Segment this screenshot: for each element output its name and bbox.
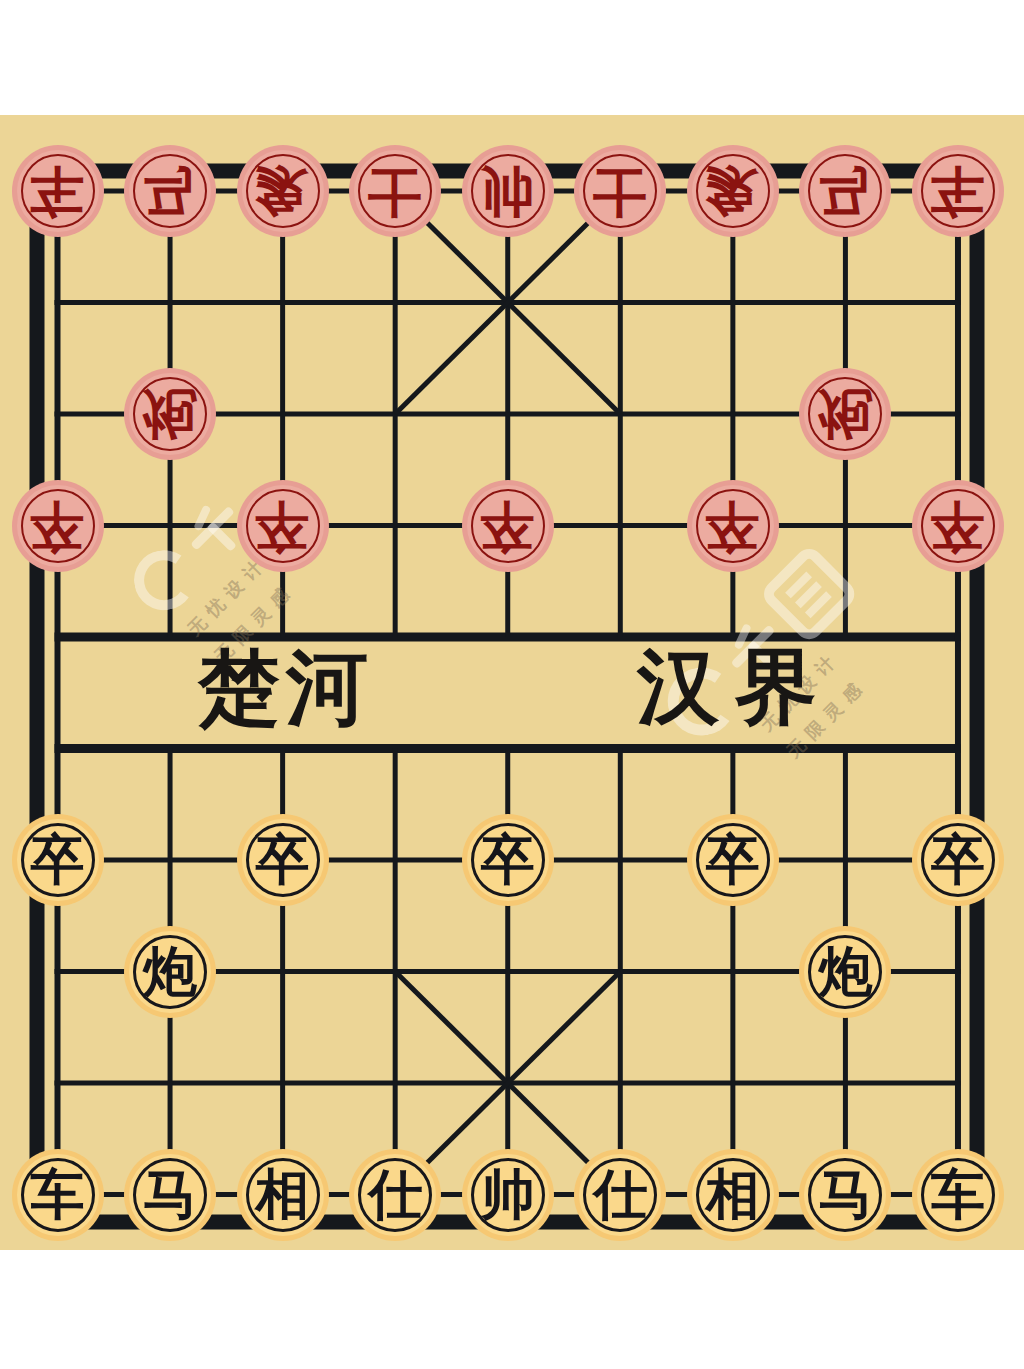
- piece-character: 车: [12, 1149, 104, 1241]
- piece-character: 车: [912, 1149, 1004, 1241]
- piece-character: 车: [912, 145, 1004, 237]
- piece-bottom-rook-f9r10[interactable]: 车: [912, 1149, 1004, 1241]
- piece-top-rook-f9r1[interactable]: 车: [912, 145, 1004, 237]
- piece-character: 马: [799, 145, 891, 237]
- piece-character: 卒: [12, 480, 104, 572]
- piece-character: 象: [237, 145, 329, 237]
- piece-character: 炮: [799, 368, 891, 460]
- piece-character: 仕: [574, 1149, 666, 1241]
- piece-top-elephant-f3r1[interactable]: 象: [237, 145, 329, 237]
- piece-bottom-horse-f8r10[interactable]: 马: [799, 1149, 891, 1241]
- piece-top-soldier-f9r4[interactable]: 卒: [912, 480, 1004, 572]
- piece-character: 卒: [12, 814, 104, 906]
- piece-top-advisor-f6r1[interactable]: 士: [574, 145, 666, 237]
- piece-bottom-elephant-f7r10[interactable]: 相: [687, 1149, 779, 1241]
- piece-character: 马: [124, 1149, 216, 1241]
- piece-character: 卒: [237, 814, 329, 906]
- piece-character: 炮: [124, 926, 216, 1018]
- piece-bottom-king-f5r10[interactable]: 帅: [462, 1149, 554, 1241]
- piece-character: 帅: [462, 145, 554, 237]
- piece-top-soldier-f7r4[interactable]: 卒: [687, 480, 779, 572]
- piece-character: 象: [687, 145, 779, 237]
- piece-character: 相: [237, 1149, 329, 1241]
- river-label-chu-he: 楚河: [198, 648, 374, 730]
- piece-bottom-horse-f2r10[interactable]: 马: [124, 1149, 216, 1241]
- piece-bottom-soldier-f5r7[interactable]: 卒: [462, 814, 554, 906]
- piece-top-rook-f1r1[interactable]: 车: [12, 145, 104, 237]
- piece-bottom-soldier-f3r7[interactable]: 卒: [237, 814, 329, 906]
- piece-bottom-soldier-f1r7[interactable]: 卒: [12, 814, 104, 906]
- piece-character: 仕: [349, 1149, 441, 1241]
- piece-character: 卒: [912, 480, 1004, 572]
- piece-bottom-advisor-f4r10[interactable]: 仕: [349, 1149, 441, 1241]
- river-label-han-jie: 汉界: [637, 647, 833, 729]
- piece-character: 士: [574, 145, 666, 237]
- piece-bottom-elephant-f3r10[interactable]: 相: [237, 1149, 329, 1241]
- piece-bottom-soldier-f9r7[interactable]: 卒: [912, 814, 1004, 906]
- piece-top-king-f5r1[interactable]: 帅: [462, 145, 554, 237]
- piece-character: 马: [799, 1149, 891, 1241]
- piece-top-soldier-f3r4[interactable]: 卒: [237, 480, 329, 572]
- piece-bottom-rook-f1r10[interactable]: 车: [12, 1149, 104, 1241]
- piece-character: 卒: [462, 480, 554, 572]
- piece-top-horse-f8r1[interactable]: 马: [799, 145, 891, 237]
- piece-top-horse-f2r1[interactable]: 马: [124, 145, 216, 237]
- piece-top-elephant-f7r1[interactable]: 象: [687, 145, 779, 237]
- piece-character: 炮: [799, 926, 891, 1018]
- piece-top-soldier-f1r4[interactable]: 卒: [12, 480, 104, 572]
- piece-character: 卒: [687, 480, 779, 572]
- piece-bottom-soldier-f7r7[interactable]: 卒: [687, 814, 779, 906]
- piece-character: 士: [349, 145, 441, 237]
- piece-bottom-cannon-f2r8[interactable]: 炮: [124, 926, 216, 1018]
- piece-bottom-cannon-f8r8[interactable]: 炮: [799, 926, 891, 1018]
- piece-character: 卒: [462, 814, 554, 906]
- piece-character: 卒: [687, 814, 779, 906]
- piece-top-cannon-f8r3[interactable]: 炮: [799, 368, 891, 460]
- piece-top-soldier-f5r4[interactable]: 卒: [462, 480, 554, 572]
- piece-top-advisor-f4r1[interactable]: 士: [349, 145, 441, 237]
- piece-top-cannon-f2r3[interactable]: 炮: [124, 368, 216, 460]
- piece-character: 帅: [462, 1149, 554, 1241]
- piece-character: 车: [12, 145, 104, 237]
- piece-character: 马: [124, 145, 216, 237]
- piece-character: 卒: [237, 480, 329, 572]
- piece-character: 相: [687, 1149, 779, 1241]
- piece-bottom-advisor-f6r10[interactable]: 仕: [574, 1149, 666, 1241]
- piece-character: 卒: [912, 814, 1004, 906]
- piece-character: 炮: [124, 368, 216, 460]
